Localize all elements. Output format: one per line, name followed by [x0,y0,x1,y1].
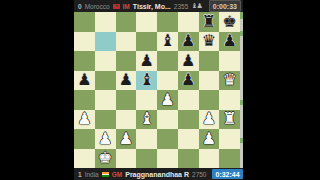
square-g5[interactable] [199,71,220,91]
square-a5[interactable]: ♟ [74,71,95,91]
piece-black-queen: ♛ [202,33,216,49]
square-b5[interactable] [95,71,116,91]
india-flag-icon [102,172,109,177]
bottom-player-title: GM [112,171,122,178]
square-h7[interactable]: ♟ [219,32,240,52]
square-c1[interactable] [116,149,137,169]
square-e2[interactable] [157,129,178,149]
square-d5[interactable]: ♝ [136,71,157,91]
square-f6[interactable]: ♟ [178,51,199,71]
square-a2[interactable] [74,129,95,149]
square-h4[interactable] [219,90,240,110]
square-b8[interactable] [95,12,116,32]
square-e5[interactable] [157,71,178,91]
square-a6[interactable] [74,51,95,71]
square-b3[interactable] [95,110,116,130]
square-a8[interactable] [74,12,95,32]
piece-white-pawn: ♟ [98,130,112,146]
square-d4[interactable] [136,90,157,110]
piece-white-bishop: ♝ [139,111,153,127]
square-c4[interactable] [116,90,137,110]
top-material-advantage-icons: ♝♟ [191,2,202,10]
square-e6[interactable] [157,51,178,71]
square-h6[interactable] [219,51,240,71]
top-player-bar: 0 Morocco IM Tissir, Mo... 2355 ♝♟ 0:00:… [74,0,243,12]
piece-black-king: ♚ [222,13,236,29]
top-match-score: 0 [78,3,82,10]
square-b4[interactable] [95,90,116,110]
square-c5[interactable]: ♟ [116,71,137,91]
piece-black-pawn: ♟ [222,33,236,49]
square-b2[interactable]: ♟ [95,129,116,149]
square-c2[interactable]: ♟ [116,129,137,149]
board-side-scroll-strip[interactable] [240,12,243,168]
top-player-title: IM [123,3,130,10]
piece-white-king: ♚ [98,150,112,166]
morocco-flag-icon [113,4,120,9]
square-g3[interactable]: ♟ [199,110,220,130]
square-d8[interactable] [136,12,157,32]
bottom-player-clock: 0:32:44 [212,169,242,179]
piece-black-pawn: ♟ [119,72,133,88]
square-g6[interactable] [199,51,220,71]
piece-white-queen: ♛ [222,72,236,88]
square-e3[interactable] [157,110,178,130]
piece-black-pawn: ♟ [139,52,153,68]
piece-white-pawn: ♟ [202,111,216,127]
square-b1[interactable]: ♚ [95,149,116,169]
square-g7[interactable]: ♛ [199,32,220,52]
square-c6[interactable] [116,51,137,71]
square-a7[interactable] [74,32,95,52]
piece-white-pawn: ♟ [77,111,91,127]
chess-board[interactable]: ♜♚♝♟♛♟♟♟♟♟♝♟♛♟♟♝♟♜♟♟♟♚ [74,12,240,168]
square-c8[interactable] [116,12,137,32]
square-c3[interactable] [116,110,137,130]
top-player-clock: 0:00:33 [209,0,241,12]
square-g4[interactable] [199,90,220,110]
square-d2[interactable] [136,129,157,149]
square-e8[interactable] [157,12,178,32]
piece-black-pawn: ♟ [181,72,195,88]
piece-white-rook: ♜ [222,111,236,127]
piece-black-rook: ♜ [202,13,216,29]
square-f4[interactable] [178,90,199,110]
square-f2[interactable] [178,129,199,149]
piece-white-pawn: ♟ [160,91,174,107]
square-a1[interactable] [74,149,95,169]
piece-black-pawn: ♟ [77,72,91,88]
square-f5[interactable]: ♟ [178,71,199,91]
square-h2[interactable] [219,129,240,149]
chess-board-area: ♜♚♝♟♛♟♟♟♟♟♝♟♛♟♟♝♟♜♟♟♟♚ [74,12,243,168]
broadcast-frame: 0 Morocco IM Tissir, Mo... 2355 ♝♟ 0:00:… [74,0,243,180]
square-b6[interactable] [95,51,116,71]
square-f1[interactable] [178,149,199,169]
square-e7[interactable]: ♝ [157,32,178,52]
square-d7[interactable] [136,32,157,52]
top-team-name: Morocco [85,3,110,10]
square-c7[interactable] [116,32,137,52]
piece-white-pawn: ♟ [119,130,133,146]
bottom-team-name: India [85,171,99,178]
square-h3[interactable]: ♜ [219,110,240,130]
square-e1[interactable] [157,149,178,169]
top-player-rating: 2355 [174,3,188,10]
square-h8[interactable]: ♚ [219,12,240,32]
piece-white-pawn: ♟ [202,130,216,146]
bottom-match-score: 1 [78,171,82,178]
square-b7[interactable] [95,32,116,52]
square-d3[interactable]: ♝ [136,110,157,130]
piece-black-pawn: ♟ [181,52,195,68]
square-e4[interactable]: ♟ [157,90,178,110]
piece-black-bishop: ♝ [139,72,153,88]
square-g8[interactable]: ♜ [199,12,220,32]
square-g2[interactable]: ♟ [199,129,220,149]
square-g1[interactable] [199,149,220,169]
square-d1[interactable] [136,149,157,169]
square-h1[interactable] [219,149,240,169]
square-f7[interactable]: ♟ [178,32,199,52]
square-d6[interactable]: ♟ [136,51,157,71]
piece-black-bishop: ♝ [160,33,174,49]
square-a4[interactable] [74,90,95,110]
square-a3[interactable]: ♟ [74,110,95,130]
square-h5[interactable]: ♛ [219,71,240,91]
top-player-name: Tissir, Mo... [133,3,171,10]
piece-black-pawn: ♟ [181,33,195,49]
square-f8[interactable] [178,12,199,32]
bottom-player-name: Praggnanandhaa R [125,171,189,178]
square-f3[interactable] [178,110,199,130]
bottom-player-bar: 1 India GM Praggnanandhaa R 2750 0:32:44 [74,168,243,180]
bottom-player-rating: 2750 [192,171,206,178]
